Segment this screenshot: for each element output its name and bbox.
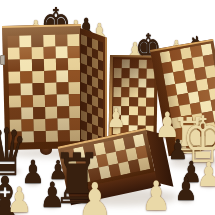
light-square bbox=[32, 47, 44, 59]
dark-square bbox=[45, 119, 57, 131]
dark-square bbox=[9, 84, 21, 96]
dark-square bbox=[122, 69, 130, 79]
dark-square bbox=[57, 106, 69, 118]
light-square bbox=[138, 78, 146, 88]
light-square bbox=[57, 118, 69, 130]
light-square bbox=[56, 70, 68, 82]
light-square bbox=[19, 35, 31, 47]
light-square bbox=[208, 87, 215, 100]
light-square bbox=[68, 58, 80, 70]
light-square bbox=[113, 87, 121, 97]
light-square bbox=[33, 119, 45, 131]
dark-square bbox=[7, 36, 19, 48]
light-square bbox=[33, 95, 45, 107]
dark-square bbox=[130, 59, 138, 69]
dark-square bbox=[113, 78, 121, 88]
dark-square bbox=[146, 97, 154, 107]
dark-square bbox=[44, 71, 56, 83]
light-square bbox=[137, 116, 145, 126]
dark-square bbox=[138, 69, 146, 79]
light-square bbox=[138, 157, 150, 171]
chess-sets-photo: ♟♚♟♟♟♟♚♟♞♟♟♛♝♟♟♟♟♜♟♟♜♚♟♟♟♟ bbox=[0, 0, 215, 215]
dark-square bbox=[57, 82, 69, 94]
light-square bbox=[130, 69, 138, 79]
light-square bbox=[44, 59, 56, 71]
light-square bbox=[138, 59, 146, 69]
dark-square bbox=[68, 46, 80, 58]
light-square bbox=[122, 78, 130, 88]
dark-square bbox=[130, 78, 138, 88]
dark-square bbox=[33, 83, 45, 95]
light-square bbox=[57, 94, 69, 106]
light-square bbox=[146, 88, 154, 98]
light-square bbox=[8, 48, 20, 60]
light-square bbox=[21, 83, 33, 95]
dark-square bbox=[114, 59, 122, 69]
white-pawn[interactable]: ♟ bbox=[5, 183, 34, 215]
light-square bbox=[43, 35, 55, 47]
board-left-side-squares bbox=[81, 34, 103, 152]
board-left-front-top-rim bbox=[2, 24, 81, 28]
dark-square bbox=[68, 70, 80, 82]
white-pawn[interactable]: ♟ bbox=[75, 177, 114, 215]
dark-square bbox=[20, 71, 32, 83]
white-pawn[interactable]: ♟ bbox=[195, 158, 215, 191]
white-pawn[interactable]: ♟ bbox=[105, 105, 126, 131]
dark-square bbox=[45, 95, 57, 107]
dark-square bbox=[32, 59, 44, 71]
dark-square bbox=[138, 106, 146, 116]
dark-square bbox=[138, 88, 146, 98]
dark-square bbox=[8, 60, 20, 72]
dark-square bbox=[129, 116, 137, 126]
dark-square bbox=[129, 97, 137, 107]
light-square bbox=[45, 107, 57, 119]
light-square bbox=[129, 106, 137, 116]
dark-square bbox=[31, 35, 43, 47]
dark-square bbox=[146, 78, 154, 88]
light-square bbox=[67, 34, 79, 46]
light-square bbox=[130, 88, 138, 98]
white-pawn[interactable]: ♟ bbox=[139, 176, 172, 215]
light-square bbox=[122, 59, 130, 69]
dark-square bbox=[55, 34, 67, 46]
dark-square bbox=[121, 87, 129, 97]
dark-square bbox=[34, 131, 46, 143]
light-square bbox=[9, 96, 21, 108]
light-square bbox=[68, 82, 80, 94]
dark-square bbox=[20, 47, 32, 59]
dark-square bbox=[33, 107, 45, 119]
light-square bbox=[114, 68, 122, 78]
light-square bbox=[20, 59, 32, 71]
light-square bbox=[8, 72, 20, 84]
dark-square bbox=[44, 47, 56, 59]
light-square bbox=[32, 71, 44, 83]
light-square bbox=[56, 46, 68, 58]
clasp-hinge bbox=[0, 55, 5, 65]
light-square bbox=[138, 97, 146, 107]
dark-square bbox=[56, 58, 68, 70]
dark-square bbox=[21, 95, 33, 107]
light-square bbox=[45, 83, 57, 95]
